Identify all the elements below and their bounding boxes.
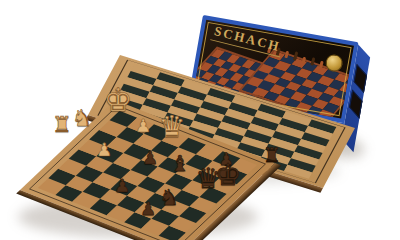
lid-mini-piece	[284, 51, 289, 59]
lid-mini-piece	[319, 61, 324, 69]
board-square	[323, 86, 339, 96]
board-square	[199, 62, 213, 71]
board-square	[285, 65, 301, 75]
board-square	[301, 62, 317, 72]
board-square	[230, 73, 244, 82]
board-square	[328, 80, 344, 90]
board-square	[259, 74, 273, 83]
board-square	[242, 83, 258, 93]
board-square	[251, 71, 265, 80]
board-square	[207, 65, 221, 74]
board-square	[296, 68, 312, 78]
board-square	[257, 65, 271, 74]
board-square	[249, 62, 263, 71]
board-square	[269, 84, 285, 94]
piece-light-rook: ♜	[52, 114, 72, 136]
board-square	[258, 80, 274, 90]
board-square	[264, 57, 280, 67]
board-square	[301, 95, 317, 105]
board-square	[296, 85, 312, 95]
board-square	[209, 74, 223, 83]
lid-mini-piece	[310, 57, 315, 66]
box-side-photo	[349, 90, 362, 119]
lid-mini-piece	[302, 57, 307, 64]
board-square	[323, 103, 339, 113]
board-square	[307, 89, 323, 99]
board-square	[280, 88, 296, 98]
board-square	[280, 55, 296, 65]
board-square	[242, 59, 256, 68]
board-square	[219, 52, 233, 61]
board-square	[291, 75, 307, 85]
board-square	[245, 78, 259, 87]
board-square	[307, 72, 323, 82]
board-square	[215, 67, 229, 76]
board-square	[290, 92, 306, 102]
board-square	[227, 54, 241, 63]
gold-medallion-icon	[324, 53, 344, 73]
board-square	[244, 69, 258, 78]
board-square	[318, 76, 334, 86]
board-square	[285, 81, 301, 91]
board-square	[280, 71, 296, 81]
board-square	[264, 74, 280, 84]
board-square	[328, 96, 344, 106]
board-square	[234, 57, 248, 66]
board-square	[228, 63, 242, 72]
board-square	[258, 64, 274, 74]
board-square	[317, 93, 333, 103]
board-square	[213, 58, 227, 67]
product-photo-scene: SCHACH ♜♞♟♚♟♛♟♝♟♛♚♟♞♟♜	[0, 0, 400, 240]
board-square	[238, 75, 252, 84]
board-square	[291, 58, 307, 68]
board-square	[253, 81, 267, 90]
board-square	[211, 49, 225, 58]
board-square	[222, 70, 236, 79]
board-square	[253, 87, 269, 97]
board-square	[274, 78, 290, 88]
board-square	[301, 79, 317, 89]
board-square	[274, 61, 290, 71]
board-square	[253, 70, 269, 80]
box-title: SCHACH	[210, 23, 284, 58]
board-square	[269, 68, 285, 78]
board-square	[312, 82, 328, 92]
box-side-photo	[354, 64, 367, 93]
lid-mini-piece	[293, 51, 298, 60]
board-square	[236, 66, 250, 75]
board-square	[247, 77, 263, 87]
board-square	[205, 56, 219, 65]
board-square	[312, 99, 328, 109]
board-square	[334, 90, 350, 100]
board-square	[265, 67, 279, 76]
board-square	[201, 72, 215, 81]
board-square	[221, 61, 235, 70]
